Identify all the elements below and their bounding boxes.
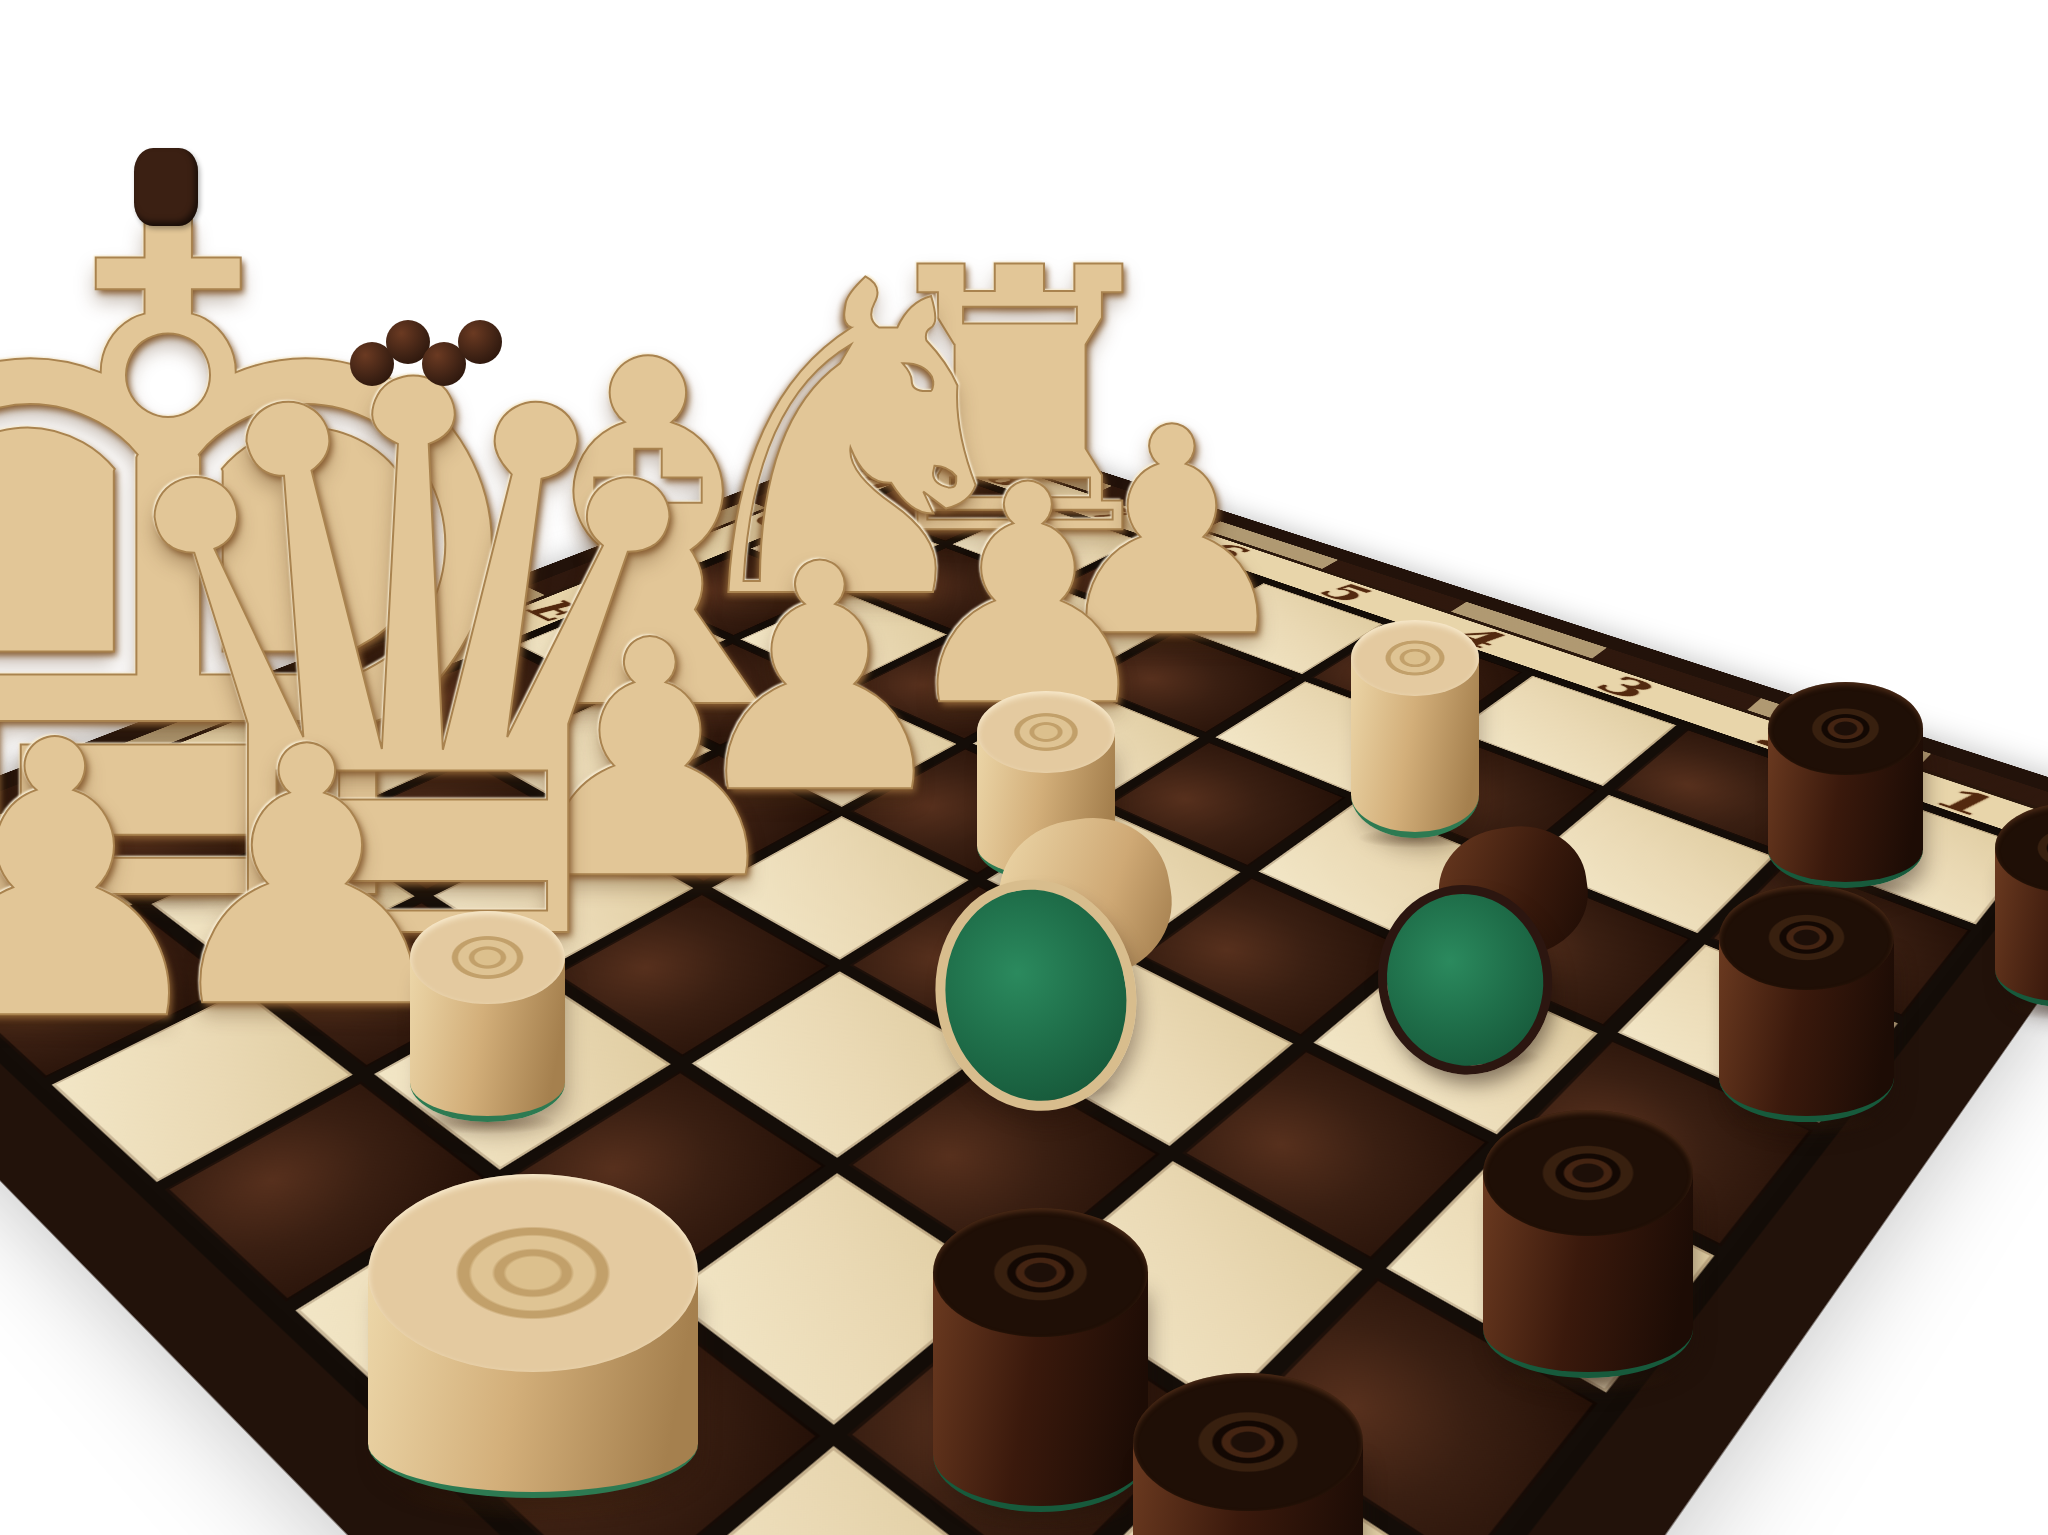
checker-top-face (1133, 1373, 1363, 1511)
dark-checker-h3[interactable] (1995, 803, 2048, 1008)
tipped-white-checker-d4-green-felt[interactable] (866, 781, 1241, 1173)
checker-top-face (368, 1174, 698, 1372)
dark-checker-e3[interactable] (1483, 1110, 1693, 1378)
checker-top-face (1768, 682, 1923, 775)
dark-checker-h4[interactable] (1768, 682, 1923, 889)
checker-top-face (1483, 1110, 1693, 1236)
checker-top-face (410, 911, 565, 1004)
dark-checker-d2[interactable] (1133, 1373, 1363, 1535)
tipped-dark-checker-f4-green-felt[interactable] (1316, 793, 1651, 1133)
checker-top-face (1719, 885, 1894, 990)
checker-top-face (933, 1208, 1148, 1337)
white-pawn-c7[interactable]: ♟ (0, 692, 246, 1073)
dark-checker-c3[interactable] (933, 1208, 1148, 1513)
white-checker-c5[interactable] (410, 911, 565, 1123)
queen-crown-ball (458, 320, 502, 364)
board-photo-canvas: ABCDEFGH 87654321 ♚♛♝♞♜♟♟♟♟♟♟ (0, 0, 2048, 1535)
white-checker-h6[interactable] (1351, 620, 1479, 838)
dark-checker-g3[interactable] (1719, 885, 1894, 1123)
white-checker-b4[interactable] (368, 1174, 698, 1498)
king-crown-topper (134, 148, 198, 226)
checker-top-face (1351, 620, 1479, 697)
checker-top-face (977, 691, 1115, 774)
